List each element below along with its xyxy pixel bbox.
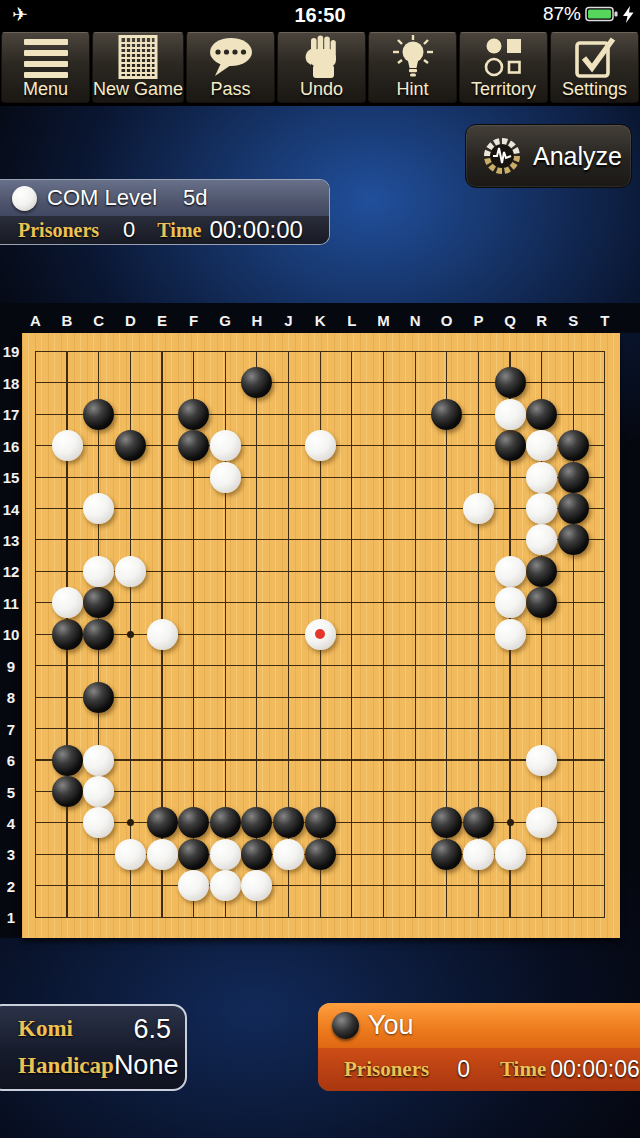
stone-F2	[178, 870, 209, 901]
col-label-P: P	[473, 312, 483, 329]
stone-H4	[241, 807, 272, 838]
row-label-17: 17	[3, 406, 20, 423]
stone-O3	[431, 839, 462, 870]
player-name: You	[368, 1010, 414, 1041]
stone-C8	[83, 682, 114, 713]
stone-Q3	[495, 839, 526, 870]
stone-S16	[558, 430, 589, 461]
stone-G2	[210, 870, 241, 901]
col-label-Q: Q	[504, 312, 516, 329]
white-stone-icon	[12, 186, 37, 211]
stone-B10	[52, 619, 83, 650]
stone-P3	[463, 839, 494, 870]
hint-button[interactable]: Hint	[368, 32, 457, 103]
battery-icon	[585, 6, 619, 22]
grid-line-h	[35, 791, 605, 792]
pass-button[interactable]: Pass	[186, 32, 275, 103]
stone-F3	[178, 839, 209, 870]
col-label-R: R	[536, 312, 547, 329]
row-label-15: 15	[3, 469, 20, 486]
row-label-12: 12	[3, 563, 20, 580]
charging-bolt-icon	[623, 6, 634, 23]
stone-Q12	[495, 556, 526, 587]
player-panel-top: You	[318, 1003, 640, 1048]
col-label-L: L	[347, 312, 356, 329]
row-label-7: 7	[7, 720, 15, 737]
app-screen: ✈ 16:50 87% Menu	[0, 0, 640, 1138]
opponent-panel-bottom: Prisoners 0 Time 00:00:00	[0, 216, 329, 244]
row-label-10: 10	[3, 626, 20, 643]
player-panel-bottom: Prisoners 0 Time 00:00:06	[318, 1048, 640, 1091]
stone-S14	[558, 493, 589, 524]
row-label-5: 5	[7, 783, 15, 800]
stone-O17	[431, 399, 462, 430]
stone-O4	[431, 807, 462, 838]
grid-line-v	[604, 351, 605, 917]
stone-F4	[178, 807, 209, 838]
stone-K4	[305, 807, 336, 838]
komi-value: 6.5	[133, 1014, 171, 1045]
analyze-label: Analyze	[533, 142, 622, 171]
stone-B5	[52, 776, 83, 807]
grid-line-h	[35, 728, 605, 729]
lightbulb-icon	[390, 33, 436, 79]
stone-P14	[463, 493, 494, 524]
hand-icon	[302, 33, 342, 79]
komi-row: Komi 6.5	[18, 1014, 171, 1045]
col-label-J: J	[284, 312, 292, 329]
toolbar: Menu New Game	[0, 30, 640, 106]
stone-H18	[241, 367, 272, 398]
stone-R16	[526, 430, 557, 461]
grid-line-h	[35, 697, 605, 698]
stone-S13	[558, 524, 589, 555]
col-label-T: T	[600, 312, 609, 329]
stone-S15	[558, 462, 589, 493]
status-bar: ✈ 16:50 87%	[0, 0, 640, 30]
grid-line-v	[415, 351, 416, 917]
goban[interactable]	[22, 333, 620, 938]
last-move-marker	[315, 629, 325, 639]
star-point-D4	[127, 819, 134, 826]
grid-line-h	[35, 885, 605, 886]
stone-J4	[273, 807, 304, 838]
col-label-E: E	[157, 312, 167, 329]
board-zone: ABCDEFGHJKLMNOPQRST191817161514131211109…	[0, 303, 640, 940]
stone-R13	[526, 524, 557, 555]
opponent-time-value: 00:00:00	[209, 216, 302, 244]
settings-button[interactable]: Settings	[550, 32, 639, 103]
stone-G15	[210, 462, 241, 493]
col-label-K: K	[315, 312, 326, 329]
stone-K10	[305, 619, 336, 650]
opponent-panel-top: COM Level 5d	[0, 180, 329, 216]
col-label-S: S	[568, 312, 578, 329]
opponent-prisoners-value: 0	[123, 217, 135, 243]
new-game-button[interactable]: New Game	[92, 32, 184, 103]
row-label-2: 2	[7, 877, 15, 894]
battery-group: 87%	[543, 3, 634, 25]
player-prisoners-value: 0	[457, 1056, 470, 1083]
grid-line-v	[351, 351, 352, 917]
stone-E3	[147, 839, 178, 870]
analyze-button[interactable]: Analyze	[465, 124, 632, 188]
stone-K16	[305, 430, 336, 461]
col-label-G: G	[219, 312, 231, 329]
stone-C10	[83, 619, 114, 650]
player-time-value: 00:00:06	[550, 1056, 640, 1083]
stone-R4	[526, 807, 557, 838]
handicap-row: Handicap None	[18, 1050, 171, 1081]
komi-label: Komi	[18, 1016, 73, 1042]
stone-K3	[305, 839, 336, 870]
stone-C5	[83, 776, 114, 807]
player-panel: You Prisoners 0 Time 00:00:06	[318, 1003, 640, 1091]
col-label-O: O	[441, 312, 453, 329]
checkbox-icon	[573, 33, 617, 79]
stone-B16	[52, 430, 83, 461]
star-point-D10	[127, 631, 134, 638]
stone-E10	[147, 619, 178, 650]
col-label-B: B	[62, 312, 73, 329]
opponent-name: COM Level	[47, 185, 157, 211]
row-label-16: 16	[3, 437, 20, 454]
col-label-A: A	[30, 312, 41, 329]
stone-R12	[526, 556, 557, 587]
row-label-6: 6	[7, 752, 15, 769]
star-point-Q4	[507, 819, 514, 826]
stone-B11	[52, 587, 83, 618]
row-label-8: 8	[7, 689, 15, 706]
stone-D3	[115, 839, 146, 870]
col-label-C: C	[93, 312, 104, 329]
stone-C4	[83, 807, 114, 838]
stone-B6	[52, 745, 83, 776]
territory-button[interactable]: Territory	[459, 32, 548, 103]
row-label-1: 1	[7, 909, 15, 926]
handicap-value: None	[114, 1050, 179, 1081]
grid-line-v	[383, 351, 384, 917]
shapes-icon	[484, 33, 524, 79]
grid-line-h	[35, 665, 605, 666]
row-label-18: 18	[3, 374, 20, 391]
gauge-waveform-icon	[480, 134, 524, 178]
stone-R17	[526, 399, 557, 430]
col-label-D: D	[125, 312, 136, 329]
stone-H2	[241, 870, 272, 901]
grid-line-h	[35, 917, 605, 918]
board-grid-icon	[116, 33, 160, 79]
menu-button[interactable]: Menu	[1, 32, 90, 103]
row-label-14: 14	[3, 500, 20, 517]
stone-C12	[83, 556, 114, 587]
stone-Q11	[495, 587, 526, 618]
stone-E4	[147, 807, 178, 838]
stone-Q10	[495, 619, 526, 650]
stone-C11	[83, 587, 114, 618]
player-prisoners-label: Prisoners	[344, 1057, 429, 1082]
stone-Q17	[495, 399, 526, 430]
col-label-H: H	[251, 312, 262, 329]
row-label-9: 9	[7, 657, 15, 674]
row-label-3: 3	[7, 846, 15, 863]
opponent-level: 5d	[183, 185, 207, 211]
opponent-prisoners-label: Prisoners	[18, 219, 99, 242]
stone-G16	[210, 430, 241, 461]
row-label-11: 11	[3, 594, 19, 611]
speech-bubble-icon	[207, 33, 255, 79]
stone-H3	[241, 839, 272, 870]
stone-R15	[526, 462, 557, 493]
handicap-label: Handicap	[18, 1053, 114, 1079]
opponent-time-label: Time	[157, 219, 201, 242]
battery-percent: 87%	[543, 3, 581, 25]
game-info-panel: Komi 6.5 Handicap None	[0, 1004, 187, 1091]
player-time-label: Time	[500, 1057, 546, 1082]
col-label-N: N	[410, 312, 421, 329]
col-label-M: M	[377, 312, 390, 329]
stone-F16	[178, 430, 209, 461]
row-label-19: 19	[3, 343, 20, 360]
menu-icon	[23, 33, 69, 79]
grid-line-h	[35, 759, 605, 760]
undo-button[interactable]: Undo	[277, 32, 366, 103]
opponent-panel: COM Level 5d Prisoners 0 Time 00:00:00	[0, 179, 330, 245]
stone-Q16	[495, 430, 526, 461]
stone-C17	[83, 399, 114, 430]
stone-C14	[83, 493, 114, 524]
col-label-F: F	[189, 312, 198, 329]
stone-D16	[115, 430, 146, 461]
black-stone-icon	[332, 1012, 359, 1039]
stone-R6	[526, 745, 557, 776]
stone-D12	[115, 556, 146, 587]
stone-R14	[526, 493, 557, 524]
stone-R11	[526, 587, 557, 618]
row-label-4: 4	[7, 814, 15, 831]
stone-C6	[83, 745, 114, 776]
stone-G3	[210, 839, 241, 870]
row-label-13: 13	[3, 531, 20, 548]
stone-Q18	[495, 367, 526, 398]
stone-G4	[210, 807, 241, 838]
stone-J3	[273, 839, 304, 870]
stone-P4	[463, 807, 494, 838]
stone-F17	[178, 399, 209, 430]
